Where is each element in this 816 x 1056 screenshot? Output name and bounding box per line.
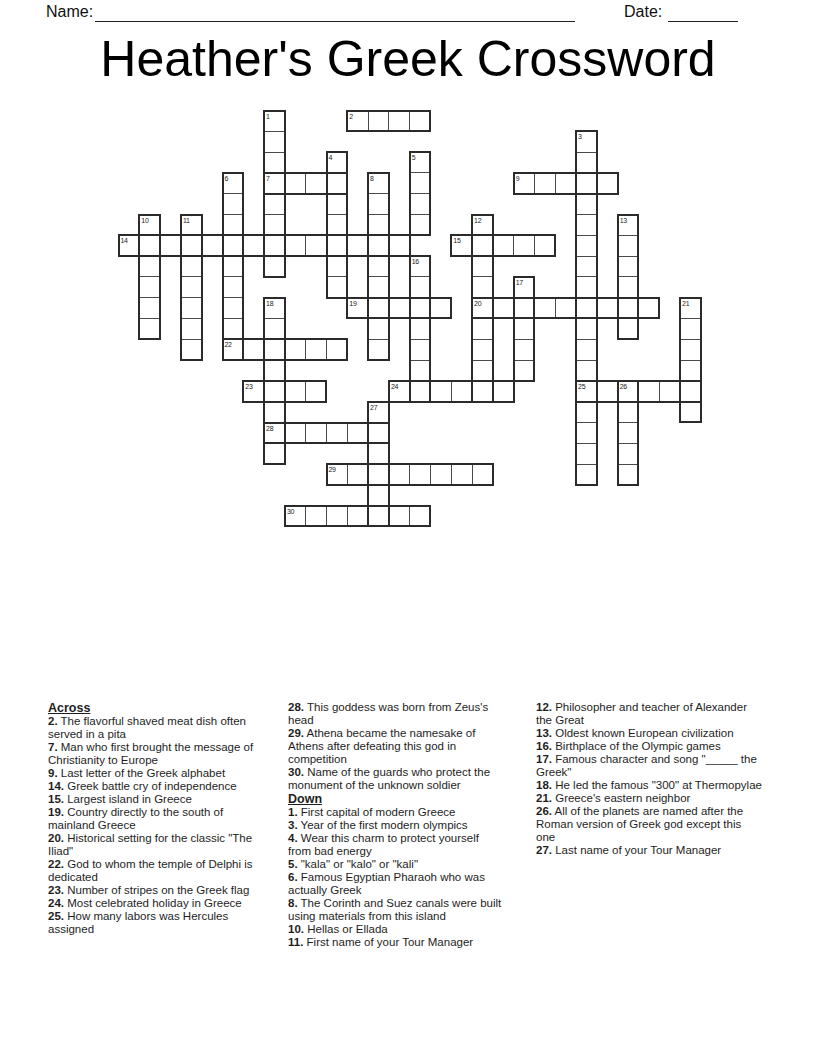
grid-cell-r9c19[interactable] <box>513 297 535 319</box>
grid-cell-r3c10[interactable] <box>326 172 348 194</box>
grid-cell-r0c7[interactable] <box>264 110 286 132</box>
grid-cell-r6c16[interactable] <box>451 235 473 257</box>
grid-cell-r10c19[interactable] <box>513 318 535 340</box>
clue-number: 11. <box>288 936 303 948</box>
clue-text: "kala" or "kalo" or "kali" <box>298 858 418 870</box>
grid-cell-r13c8[interactable] <box>284 380 306 402</box>
grid-cell-r17c13[interactable] <box>388 464 410 486</box>
grid-cell-r9c7[interactable] <box>264 297 286 319</box>
grid-cell-r7c14[interactable] <box>409 256 431 278</box>
grid-cell-r4c12[interactable] <box>368 193 390 215</box>
grid-cell-r9c3[interactable] <box>180 297 202 319</box>
clue-number: 25. <box>48 910 64 922</box>
grid-cell-r3c8[interactable] <box>284 172 306 194</box>
grid-cell-r15c9[interactable] <box>305 422 327 444</box>
grid-cell-r6c24[interactable] <box>617 235 639 257</box>
grid-cell-r11c17[interactable] <box>472 339 494 361</box>
clue-number: 9. <box>48 767 58 779</box>
grid-cell-r9c11[interactable] <box>347 297 369 319</box>
clue-text: Name of the guards who protect the monum… <box>288 766 490 791</box>
clue-text: The flavorful shaved meat dish often ser… <box>48 715 246 740</box>
clue-text: Birthplace of the Olympic games <box>552 740 721 752</box>
grid-cell-r5c22[interactable] <box>576 214 598 236</box>
grid-cell-r6c10[interactable] <box>326 235 348 257</box>
grid-cell-r10c22[interactable] <box>576 318 598 340</box>
clue-text: Greek battle cry of independence <box>64 780 237 792</box>
grid-cell-r8c24[interactable] <box>617 276 639 298</box>
grid-cell-r11c22[interactable] <box>576 339 598 361</box>
clue-down-4: 4. Wear this charm to protect yourself f… <box>288 832 502 858</box>
grid-cell-r14c27[interactable] <box>680 401 702 423</box>
grid-cell-r6c18[interactable] <box>492 235 514 257</box>
grid-cell-r13c23[interactable] <box>596 380 618 402</box>
clue-down-26: 26. All of the planets are named after t… <box>536 805 762 844</box>
grid-cell-r10c24[interactable] <box>617 318 639 340</box>
grid-cell-r13c25[interactable] <box>638 380 660 402</box>
grid-cell-r13c13[interactable] <box>388 380 410 402</box>
grid-cell-r13c14[interactable] <box>409 380 431 402</box>
grid-cell-r19c11[interactable] <box>347 505 369 527</box>
grid-cell-r15c10[interactable] <box>326 422 348 444</box>
grid-cell-r11c8[interactable] <box>284 339 306 361</box>
clue-number: 21. <box>536 792 552 804</box>
grid-cell-r16c12[interactable] <box>368 443 390 465</box>
clue-number: 13. <box>536 727 552 739</box>
clue-number: 6. <box>288 871 298 883</box>
grid-cell-r17c11[interactable] <box>347 464 369 486</box>
grid-cell-r11c9[interactable] <box>305 339 327 361</box>
grid-cell-r9c21[interactable] <box>555 297 577 319</box>
section-header-down: Down <box>288 792 502 806</box>
clue-number: 27. <box>536 844 552 856</box>
grid-cell-r19c10[interactable] <box>326 505 348 527</box>
clue-text: Year of the first modern olympics <box>298 819 468 831</box>
grid-cell-r10c1[interactable] <box>139 318 161 340</box>
grid-cell-r5c3[interactable] <box>180 214 202 236</box>
grid-cell-r8c10[interactable] <box>326 276 348 298</box>
grid-cell-r16c24[interactable] <box>617 443 639 465</box>
clue-number: 7. <box>48 741 58 753</box>
clue-number: 3. <box>288 819 298 831</box>
clue-across-30: 30. Name of the guards who protect the m… <box>288 766 502 792</box>
grid-cell-r13c26[interactable] <box>659 380 681 402</box>
grid-cell-r15c22[interactable] <box>576 422 598 444</box>
grid-cell-r14c7[interactable] <box>264 401 286 423</box>
grid-cell-r2c14[interactable] <box>409 152 431 174</box>
grid-cell-r15c7[interactable] <box>264 422 286 444</box>
grid-cell-r0c13[interactable] <box>388 110 410 132</box>
grid-cell-r6c7[interactable] <box>264 235 286 257</box>
grid-cell-r19c14[interactable] <box>409 505 431 527</box>
grid-cell-r5c17[interactable] <box>472 214 494 236</box>
grid-cell-r1c7[interactable] <box>264 131 286 153</box>
clue-down-21: 21. Greece's eastern neighbor <box>536 792 762 805</box>
crossword-grid: 1234567891011121314151617181920212223242… <box>118 110 702 527</box>
grid-cell-r10c27[interactable] <box>680 318 702 340</box>
clue-number: 1. <box>288 806 298 818</box>
grid-cell-r13c27[interactable] <box>680 380 702 402</box>
grid-cell-r6c4[interactable] <box>201 235 223 257</box>
clue-across-23: 23. Number of stripes on the Greek flag <box>48 884 262 897</box>
clue-text: Last letter of the Greek alphabet <box>58 767 226 779</box>
grid-cell-r13c17[interactable] <box>472 380 494 402</box>
clue-across-22: 22. God to whom the temple of Delphi is … <box>48 858 262 884</box>
clue-number: 16. <box>536 740 552 752</box>
grid-cell-r17c17[interactable] <box>472 464 494 486</box>
grid-cell-r8c3[interactable] <box>180 276 202 298</box>
clue-text: All of the planets are named after the R… <box>536 805 743 843</box>
grid-cell-r6c17[interactable] <box>472 235 494 257</box>
clue-number: 23. <box>48 884 64 896</box>
clue-text: First capital of modern Greece <box>298 806 456 818</box>
grid-cell-r5c12[interactable] <box>368 214 390 236</box>
clue-number: 24. <box>48 897 64 909</box>
clue-down-12: 12. Philosopher and teacher of Alexander… <box>536 701 762 727</box>
grid-cell-r7c3[interactable] <box>180 256 202 278</box>
grid-cell-r3c20[interactable] <box>534 172 556 194</box>
grid-cell-r19c13[interactable] <box>388 505 410 527</box>
grid-cell-r0c12[interactable] <box>368 110 390 132</box>
grid-cell-r19c12[interactable] <box>368 505 390 527</box>
grid-cell-r9c22[interactable] <box>576 297 598 319</box>
clue-text: Philosopher and teacher of Alexander the… <box>536 701 747 726</box>
clue-across-14: 14. Greek battle cry of independence <box>48 780 262 793</box>
grid-cell-r16c22[interactable] <box>576 443 598 465</box>
grid-cell-r4c5[interactable] <box>222 193 244 215</box>
clue-number: 22. <box>48 858 64 870</box>
clue-text: How many labors was Hercules assigned <box>48 910 228 935</box>
grid-cell-r14c24[interactable] <box>617 401 639 423</box>
grid-cell-r11c14[interactable] <box>409 339 431 361</box>
clue-text: Wear this charm to protect yourself from… <box>288 832 479 857</box>
clue-down-13: 13. Oldest known European civilization <box>536 727 762 740</box>
grid-cell-r6c20[interactable] <box>534 235 556 257</box>
grid-cell-r9c20[interactable] <box>534 297 556 319</box>
grid-cell-r3c19[interactable] <box>513 172 535 194</box>
grid-cell-r12c27[interactable] <box>680 360 702 382</box>
grid-cell-r6c0[interactable] <box>118 235 140 257</box>
grid-cell-r13c24[interactable] <box>617 380 639 402</box>
grid-cell-r11c12[interactable] <box>368 339 390 361</box>
grid-cell-r13c22[interactable] <box>576 380 598 402</box>
clue-down-27: 27. Last name of your Tour Manager <box>536 844 762 857</box>
date-label: Date: <box>624 3 662 21</box>
grid-cell-r13c7[interactable] <box>264 380 286 402</box>
name-label: Name: <box>46 3 93 21</box>
grid-cell-r8c14[interactable] <box>409 276 431 298</box>
clues-column-2: 28. This goddess was born from Zeus's he… <box>288 701 502 949</box>
grid-cell-r2c22[interactable] <box>576 152 598 174</box>
grid-cell-r5c7[interactable] <box>264 214 286 236</box>
grid-cell-r9c13[interactable] <box>388 297 410 319</box>
grid-cell-r6c1[interactable] <box>139 235 161 257</box>
grid-cell-r9c5[interactable] <box>222 297 244 319</box>
clue-across-28: 28. This goddess was born from Zeus's he… <box>288 701 502 727</box>
grid-cell-r13c16[interactable] <box>451 380 473 402</box>
grid-cell-r9c14[interactable] <box>409 297 431 319</box>
clue-number: 8. <box>288 897 298 909</box>
grid-cell-r6c3[interactable] <box>180 235 202 257</box>
grid-cell-r8c22[interactable] <box>576 276 598 298</box>
grid-cell-r19c8[interactable] <box>284 505 306 527</box>
clue-down-6: 6. Famous Egyptian Pharaoh who was actua… <box>288 871 502 897</box>
grid-cell-r15c12[interactable] <box>368 422 390 444</box>
clue-text: Oldest known European civilization <box>552 727 734 739</box>
grid-cell-r3c22[interactable] <box>576 172 598 194</box>
clue-down-11: 11. First name of your Tour Manager <box>288 936 502 949</box>
grid-cell-r17c22[interactable] <box>576 464 598 486</box>
grid-cell-r7c22[interactable] <box>576 256 598 278</box>
grid-cell-r1c22[interactable] <box>576 131 598 153</box>
grid-cell-r8c17[interactable] <box>472 276 494 298</box>
clue-number: 18. <box>536 779 552 791</box>
clue-text: Famous Egyptian Pharaoh who was actually… <box>288 871 485 896</box>
grid-cell-r19c9[interactable] <box>305 505 327 527</box>
grid-cell-r13c15[interactable] <box>430 380 452 402</box>
grid-cell-r4c14[interactable] <box>409 193 431 215</box>
grid-cell-r10c17[interactable] <box>472 318 494 340</box>
grid-cell-r18c12[interactable] <box>368 484 390 506</box>
clue-text: The Corinth and Suez canals were built u… <box>288 897 501 922</box>
clue-down-3: 3. Year of the first modern olympics <box>288 819 502 832</box>
grid-cell-r2c10[interactable] <box>326 152 348 174</box>
clue-across-25: 25. How many labors was Hercules assigne… <box>48 910 262 936</box>
grid-cell-r3c5[interactable] <box>222 172 244 194</box>
grid-cell-r13c6[interactable] <box>243 380 265 402</box>
clue-number: 28. <box>288 701 304 713</box>
grid-cell-r6c8[interactable] <box>284 235 306 257</box>
clue-number: 12. <box>536 701 552 713</box>
grid-cell-r2c7[interactable] <box>264 152 286 174</box>
clue-down-5: 5. "kala" or "kalo" or "kali" <box>288 858 502 871</box>
clue-number: 10. <box>288 923 304 935</box>
grid-cell-r3c23[interactable] <box>596 172 618 194</box>
grid-cell-r11c10[interactable] <box>326 339 348 361</box>
clue-down-17: 17. Famous character and song "_____ the… <box>536 753 762 779</box>
clue-text: First name of your Tour Manager <box>303 936 473 948</box>
clue-text: Greece's eastern neighbor <box>552 792 690 804</box>
grid-cell-r17c10[interactable] <box>326 464 348 486</box>
grid-cell-r7c24[interactable] <box>617 256 639 278</box>
grid-cell-r17c16[interactable] <box>451 464 473 486</box>
grid-cell-r11c6[interactable] <box>243 339 265 361</box>
clues-column-1: Across2. The flavorful shaved meat dish … <box>48 701 262 936</box>
grid-cell-r9c25[interactable] <box>638 297 660 319</box>
grid-cell-r4c7[interactable] <box>264 193 286 215</box>
grid-cell-r17c24[interactable] <box>617 464 639 486</box>
grid-cell-r0c14[interactable] <box>409 110 431 132</box>
clue-number: 15. <box>48 793 64 805</box>
clue-across-2: 2. The flavorful shaved meat dish often … <box>48 715 262 741</box>
grid-cell-r13c18[interactable] <box>492 380 514 402</box>
grid-cell-r14c22[interactable] <box>576 401 598 423</box>
clue-number: 26. <box>536 805 552 817</box>
grid-cell-r6c6[interactable] <box>243 235 265 257</box>
clue-text: God to whom the temple of Delphi is dedi… <box>48 858 253 883</box>
grid-cell-r17c15[interactable] <box>430 464 452 486</box>
clue-text: Hellas or Ellada <box>304 923 388 935</box>
grid-cell-r9c24[interactable] <box>617 297 639 319</box>
clue-across-24: 24. Most celebrated holiday in Greece <box>48 897 262 910</box>
grid-cell-r6c12[interactable] <box>368 235 390 257</box>
grid-cell-r7c10[interactable] <box>326 256 348 278</box>
grid-cell-r15c8[interactable] <box>284 422 306 444</box>
clue-across-7: 7. Man who first brought the message of … <box>48 741 262 767</box>
grid-cell-r4c10[interactable] <box>326 193 348 215</box>
grid-cell-r12c14[interactable] <box>409 360 431 382</box>
clue-across-9: 9. Last letter of the Greek alphabet <box>48 767 262 780</box>
grid-cell-r15c24[interactable] <box>617 422 639 444</box>
grid-cell-r7c12[interactable] <box>368 256 390 278</box>
clue-text: Athena became the namesake of Athens aft… <box>288 727 475 765</box>
clue-text: This goddess was born from Zeus's head <box>288 701 488 726</box>
grid-cell-r3c14[interactable] <box>409 172 431 194</box>
grid-cell-r9c15[interactable] <box>430 297 452 319</box>
grid-cell-r11c3[interactable] <box>180 339 202 361</box>
grid-cell-r10c14[interactable] <box>409 318 431 340</box>
clue-text: Number of stripes on the Greek flag <box>64 884 249 896</box>
clue-text: He led the famous "300" at Thermopylae <box>552 779 762 791</box>
grid-cell-r3c7[interactable] <box>264 172 286 194</box>
clue-number: 19. <box>48 806 64 818</box>
grid-cell-r9c12[interactable] <box>368 297 390 319</box>
grid-cell-r10c7[interactable] <box>264 318 286 340</box>
grid-cell-r12c19[interactable] <box>513 360 535 382</box>
grid-cell-r12c22[interactable] <box>576 360 598 382</box>
grid-cell-r7c5[interactable] <box>222 256 244 278</box>
clue-number: 30. <box>288 766 304 778</box>
grid-cell-r9c18[interactable] <box>492 297 514 319</box>
grid-cell-r5c10[interactable] <box>326 214 348 236</box>
clue-down-16: 16. Birthplace of the Olympic games <box>536 740 762 753</box>
clue-down-1: 1. First capital of modern Greece <box>288 806 502 819</box>
grid-cell-r12c17[interactable] <box>472 360 494 382</box>
clue-text: Country directly to the south of mainlan… <box>48 806 223 831</box>
grid-cell-r10c3[interactable] <box>180 318 202 340</box>
clue-down-10: 10. Hellas or Ellada <box>288 923 502 936</box>
grid-cell-r11c19[interactable] <box>513 339 535 361</box>
grid-cell-r11c27[interactable] <box>680 339 702 361</box>
clue-across-29: 29. Athena became the namesake of Athens… <box>288 727 502 766</box>
clue-down-18: 18. He led the famous "300" at Thermopyl… <box>536 779 762 792</box>
section-header-across: Across <box>48 701 262 715</box>
grid-cell-r5c1[interactable] <box>139 214 161 236</box>
clues-column-3: 12. Philosopher and teacher of Alexander… <box>536 701 762 857</box>
name-blank-line <box>95 21 575 22</box>
grid-cell-r9c23[interactable] <box>596 297 618 319</box>
clue-across-20: 20. Historical setting for the classic "… <box>48 832 262 858</box>
grid-cell-r3c21[interactable] <box>555 172 577 194</box>
grid-cell-r5c24[interactable] <box>617 214 639 236</box>
grid-cell-r3c9[interactable] <box>305 172 327 194</box>
grid-cell-r11c7[interactable] <box>264 339 286 361</box>
grid-cell-r6c19[interactable] <box>513 235 535 257</box>
grid-cell-r9c1[interactable] <box>139 297 161 319</box>
grid-cell-r5c14[interactable] <box>409 214 431 236</box>
clue-across-15: 15. Largest island in Greece <box>48 793 262 806</box>
grid-cell-r5c5[interactable] <box>222 214 244 236</box>
grid-cell-r8c12[interactable] <box>368 276 390 298</box>
page-title: Heather's Greek Crossword <box>0 33 816 85</box>
clue-text: Man who first brought the message of Chr… <box>48 741 253 766</box>
grid-cell-r7c1[interactable] <box>139 256 161 278</box>
clue-number: 5. <box>288 858 298 870</box>
grid-cell-r16c7[interactable] <box>264 443 286 465</box>
grid-cell-r6c11[interactable] <box>347 235 369 257</box>
clue-number: 2. <box>48 715 58 727</box>
grid-cell-r11c5[interactable] <box>222 339 244 361</box>
crossword-worksheet: { "game": "crossword", "title": "Heather… <box>0 0 816 1056</box>
clue-text: Largest island in Greece <box>64 793 192 805</box>
grid-cell-r10c5[interactable] <box>222 318 244 340</box>
clue-text: Most celebrated holiday in Greece <box>64 897 242 909</box>
grid-cell-r10c12[interactable] <box>368 318 390 340</box>
grid-cell-r7c7[interactable] <box>264 256 286 278</box>
clue-across-19: 19. Country directly to the south of mai… <box>48 806 262 832</box>
clue-number: 20. <box>48 832 64 844</box>
grid-cell-r14c12[interactable] <box>368 401 390 423</box>
grid-cell-r17c12[interactable] <box>368 464 390 486</box>
grid-cell-r4c22[interactable] <box>576 193 598 215</box>
grid-cell-r9c17[interactable] <box>472 297 494 319</box>
grid-cell-r8c19[interactable] <box>513 276 535 298</box>
grid-cell-r6c13[interactable] <box>388 235 410 257</box>
grid-cell-r0c11[interactable] <box>347 110 369 132</box>
grid-cell-r8c5[interactable] <box>222 276 244 298</box>
clue-text: Last name of your Tour Manager <box>552 844 721 856</box>
grid-cell-r3c12[interactable] <box>368 172 390 194</box>
clue-number: 4. <box>288 832 298 844</box>
grid-cell-r15c11[interactable] <box>347 422 369 444</box>
date-blank-line <box>668 21 738 22</box>
grid-cell-r9c27[interactable] <box>680 297 702 319</box>
grid-cell-r12c7[interactable] <box>264 360 286 382</box>
grid-cell-r8c1[interactable] <box>139 276 161 298</box>
grid-cell-r7c17[interactable] <box>472 256 494 278</box>
clue-number: 17. <box>536 753 552 765</box>
clue-number: 14. <box>48 780 64 792</box>
clue-down-8: 8. The Corinth and Suez canals were buil… <box>288 897 502 923</box>
clue-text: Historical setting for the classic "The … <box>48 832 252 857</box>
grid-cell-r6c2[interactable] <box>160 235 182 257</box>
grid-cell-r13c9[interactable] <box>305 380 327 402</box>
grid-cell-r6c22[interactable] <box>576 235 598 257</box>
clue-number: 29. <box>288 727 304 739</box>
clue-text: Famous character and song "_____ the Gre… <box>536 753 757 778</box>
grid-cell-r6c5[interactable] <box>222 235 244 257</box>
grid-cell-r6c9[interactable] <box>305 235 327 257</box>
grid-cell-r17c14[interactable] <box>409 464 431 486</box>
